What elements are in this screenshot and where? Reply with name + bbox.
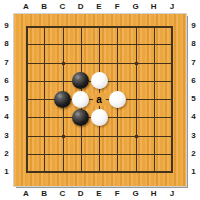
star-point — [135, 135, 138, 138]
go-diagram-page: a AABBCCDDEEFFGGHHJJ998877665544332211 — [0, 0, 200, 200]
coordinate-label: F — [110, 0, 124, 13]
coordinate-label: A — [19, 187, 33, 200]
coordinate-label: A — [19, 0, 33, 13]
board-grid[interactable]: a — [14, 14, 186, 186]
coordinate-label: 1 — [187, 166, 200, 178]
white-stone — [91, 72, 108, 89]
coordinate-label: E — [92, 0, 106, 13]
coordinate-label: H — [147, 187, 161, 200]
coordinate-label: E — [92, 187, 106, 200]
white-stone — [91, 109, 108, 126]
coordinate-label: C — [56, 0, 70, 13]
coordinate-label: C — [56, 187, 70, 200]
coordinate-label: F — [110, 187, 124, 200]
white-stone — [72, 91, 89, 108]
grid-line-horizontal — [26, 154, 173, 155]
coordinate-label: D — [74, 187, 88, 200]
grid-line-horizontal — [26, 136, 173, 137]
coordinate-label: 5 — [0, 93, 13, 105]
star-point — [62, 62, 65, 65]
coordinate-label: 6 — [0, 75, 13, 87]
coordinate-label: 4 — [187, 111, 200, 123]
coordinate-label: 5 — [187, 93, 200, 105]
grid-line-horizontal — [26, 171, 173, 173]
grid-line-vertical — [154, 26, 155, 173]
grid-line-vertical — [171, 26, 173, 173]
black-stone — [72, 109, 89, 126]
coordinate-label: J — [165, 0, 179, 13]
coordinate-label: 3 — [187, 130, 200, 142]
coordinate-label: 1 — [0, 166, 13, 178]
star-point — [135, 62, 138, 65]
coordinate-label: 7 — [187, 57, 200, 69]
black-stone — [54, 91, 71, 108]
black-stone — [72, 72, 89, 89]
coordinate-label: 6 — [187, 75, 200, 87]
coordinate-label: 2 — [0, 148, 13, 160]
point-label-a[interactable]: a — [93, 93, 106, 106]
coordinate-label: 4 — [0, 111, 13, 123]
coordinate-label: B — [37, 0, 51, 13]
coordinate-label: 7 — [0, 57, 13, 69]
coordinate-label: H — [147, 0, 161, 13]
coordinate-label: 9 — [187, 20, 200, 32]
coordinate-label: D — [74, 0, 88, 13]
coordinate-label: 2 — [187, 148, 200, 160]
coordinate-label: 3 — [0, 130, 13, 142]
white-stone — [109, 91, 126, 108]
grid-line-vertical — [136, 26, 137, 173]
coordinate-label: B — [37, 187, 51, 200]
go-board[interactable]: a — [14, 14, 186, 186]
coordinate-label: 9 — [0, 20, 13, 32]
coordinate-label: G — [129, 187, 143, 200]
coordinate-label: J — [165, 187, 179, 200]
coordinate-label: 8 — [0, 38, 13, 50]
coordinate-label: G — [129, 0, 143, 13]
star-point — [62, 135, 65, 138]
coordinate-label: 8 — [187, 38, 200, 50]
